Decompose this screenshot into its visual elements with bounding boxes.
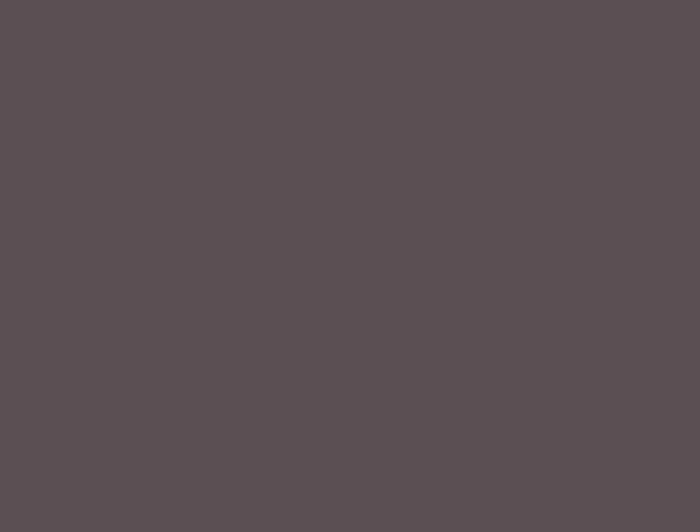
board-game-photo [0, 0, 700, 532]
pieces-layer [0, 0, 700, 532]
